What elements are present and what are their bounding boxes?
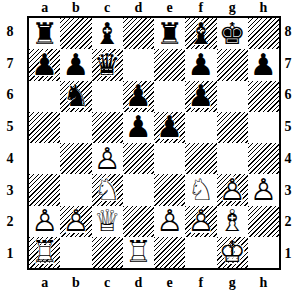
rank-label-right-5: 5: [282, 111, 294, 143]
square-e1[interactable]: [154, 237, 185, 268]
file-label-bottom-g: g: [217, 271, 248, 295]
file-label-top-h: h: [248, 0, 279, 16]
black-pawn-b7: ♟: [60, 49, 91, 80]
square-d8[interactable]: [123, 18, 154, 49]
file-label-bottom-b: b: [60, 271, 91, 295]
square-c5[interactable]: [92, 112, 123, 143]
rank-label-left-1: 1: [0, 238, 20, 270]
square-h5[interactable]: [248, 112, 279, 143]
rank-label-left-4: 4: [0, 143, 20, 175]
piece-fill: ♞: [185, 174, 216, 205]
piece-fill: ♜: [29, 237, 60, 268]
square-b3[interactable]: [60, 174, 91, 205]
rank-labels-right: 87654321: [282, 16, 294, 270]
piece-fill: ♝: [217, 206, 248, 237]
white-knight-f3: ♘: [185, 174, 216, 205]
square-f7[interactable]: ♟♟: [185, 49, 216, 80]
square-b7[interactable]: ♟♟: [60, 49, 91, 80]
square-e4[interactable]: [154, 143, 185, 174]
square-f1[interactable]: [185, 237, 216, 268]
piece-fill: ♟: [92, 143, 123, 174]
square-h2[interactable]: [248, 206, 279, 237]
square-b8[interactable]: [60, 18, 91, 49]
piece-fill: ♟: [154, 206, 185, 237]
rank-label-left-5: 5: [0, 111, 20, 143]
square-h3[interactable]: ♟♙: [248, 174, 279, 205]
square-f2[interactable]: ♟♙: [185, 206, 216, 237]
piece-fill: ♛: [92, 206, 123, 237]
file-label-bottom-f: f: [185, 271, 216, 295]
square-a7[interactable]: ♟♟: [29, 49, 60, 80]
square-h7[interactable]: ♟♟: [248, 49, 279, 80]
rank-label-right-2: 2: [282, 207, 294, 239]
square-g6[interactable]: [217, 81, 248, 112]
square-e6[interactable]: [154, 81, 185, 112]
square-a8[interactable]: ♜♜: [29, 18, 60, 49]
piece-fill: ♝: [92, 18, 123, 49]
square-h6[interactable]: [248, 81, 279, 112]
square-d6[interactable]: ♟♟: [123, 81, 154, 112]
white-rook-a1: ♖: [29, 237, 60, 268]
white-pawn-a2: ♙: [29, 206, 60, 237]
piece-fill: ♟: [60, 49, 91, 80]
square-h1[interactable]: [248, 237, 279, 268]
file-labels-bottom: abcdefgh: [29, 271, 279, 295]
piece-fill: ♟: [185, 49, 216, 80]
rank-label-left-3: 3: [0, 175, 20, 207]
black-pawn-f6: ♟: [185, 81, 216, 112]
rank-label-right-8: 8: [282, 16, 294, 48]
file-label-bottom-c: c: [92, 271, 123, 295]
square-e3[interactable]: [154, 174, 185, 205]
square-a2[interactable]: ♟♙: [29, 206, 60, 237]
white-pawn-b2: ♙: [60, 206, 91, 237]
square-d1[interactable]: ♜♖: [123, 237, 154, 268]
square-b2[interactable]: ♟♙: [60, 206, 91, 237]
square-f8[interactable]: ♝♝: [185, 18, 216, 49]
square-g2[interactable]: ♝♗: [217, 206, 248, 237]
square-g8[interactable]: ♚♚: [217, 18, 248, 49]
square-c3[interactable]: ♞♘: [92, 174, 123, 205]
rank-label-right-1: 1: [282, 238, 294, 270]
black-rook-a8: ♜: [29, 18, 60, 49]
piece-fill: ♟: [123, 112, 154, 143]
square-c6[interactable]: [92, 81, 123, 112]
piece-fill: ♟: [60, 206, 91, 237]
file-label-top-g: g: [217, 0, 248, 16]
black-pawn-e5: ♟: [154, 112, 185, 143]
rank-label-left-8: 8: [0, 16, 20, 48]
rank-label-left-7: 7: [0, 48, 20, 80]
square-f3[interactable]: ♞♘: [185, 174, 216, 205]
piece-fill: ♝: [185, 18, 216, 49]
square-a5[interactable]: [29, 112, 60, 143]
white-pawn-e2: ♙: [154, 206, 185, 237]
square-g3[interactable]: ♟♙: [217, 174, 248, 205]
square-c2[interactable]: ♛♕: [92, 206, 123, 237]
file-label-bottom-a: a: [29, 271, 60, 295]
piece-fill: ♜: [123, 237, 154, 268]
white-bishop-g2: ♗: [217, 206, 248, 237]
piece-fill: ♟: [248, 174, 279, 205]
black-pawn-f7: ♟: [185, 49, 216, 80]
square-c4[interactable]: ♟♙: [92, 143, 123, 174]
white-king-g1: ♔: [217, 237, 248, 268]
piece-fill: ♟: [248, 49, 279, 80]
black-knight-b6: ♞: [60, 81, 91, 112]
white-pawn-g3: ♙: [217, 174, 248, 205]
square-g1[interactable]: ♚♔: [217, 237, 248, 268]
file-label-top-b: b: [60, 0, 91, 16]
piece-fill: ♚: [217, 237, 248, 268]
black-pawn-d5: ♟: [123, 112, 154, 143]
piece-fill: ♟: [123, 81, 154, 112]
square-d2[interactable]: [123, 206, 154, 237]
file-label-bottom-h: h: [248, 271, 279, 295]
square-a6[interactable]: [29, 81, 60, 112]
rank-label-right-3: 3: [282, 175, 294, 207]
square-d4[interactable]: [123, 143, 154, 174]
piece-fill: ♟: [29, 206, 60, 237]
black-queen-c7: ♛: [92, 49, 123, 80]
chess-board: ♜♜♝♝♜♜♝♝♚♚♟♟♟♟♛♛♟♟♟♟♞♞♟♟♟♟♟♟♟♟♟♙♞♘♞♘♟♙♟♙…: [27, 16, 281, 270]
square-d7[interactable]: [123, 49, 154, 80]
rank-label-left-6: 6: [0, 80, 20, 112]
square-e7[interactable]: [154, 49, 185, 80]
white-pawn-c4: ♙: [92, 143, 123, 174]
file-label-top-d: d: [123, 0, 154, 16]
square-g5[interactable]: [217, 112, 248, 143]
rank-label-right-7: 7: [282, 48, 294, 80]
black-bishop-f8: ♝: [185, 18, 216, 49]
white-rook-d1: ♖: [123, 237, 154, 268]
white-pawn-h3: ♙: [248, 174, 279, 205]
white-pawn-f2: ♙: [185, 206, 216, 237]
piece-fill: ♚: [217, 18, 248, 49]
rank-label-right-6: 6: [282, 80, 294, 112]
piece-fill: ♞: [60, 81, 91, 112]
square-h8[interactable]: [248, 18, 279, 49]
piece-fill: ♟: [154, 112, 185, 143]
square-g4[interactable]: [217, 143, 248, 174]
piece-fill: ♟: [185, 81, 216, 112]
file-label-top-a: a: [29, 0, 60, 16]
chess-diagram: abcdefgh 87654321 87654321 ♜♜♝♝♜♜♝♝♚♚♟♟♟…: [0, 0, 294, 295]
piece-fill: ♛: [92, 49, 123, 80]
square-f4[interactable]: [185, 143, 216, 174]
piece-fill: ♜: [29, 18, 60, 49]
square-e2[interactable]: ♟♙: [154, 206, 185, 237]
square-a1[interactable]: ♜♖: [29, 237, 60, 268]
file-labels-top: abcdefgh: [29, 0, 279, 16]
square-b4[interactable]: [60, 143, 91, 174]
square-f5[interactable]: [185, 112, 216, 143]
file-label-top-f: f: [185, 0, 216, 16]
white-knight-c3: ♘: [92, 174, 123, 205]
square-b1[interactable]: [60, 237, 91, 268]
piece-fill: ♟: [29, 49, 60, 80]
square-g7[interactable]: [217, 49, 248, 80]
black-pawn-d6: ♟: [123, 81, 154, 112]
square-b5[interactable]: [60, 112, 91, 143]
black-bishop-c8: ♝: [92, 18, 123, 49]
piece-fill: ♜: [154, 18, 185, 49]
file-label-top-c: c: [92, 0, 123, 16]
file-label-top-e: e: [154, 0, 185, 16]
square-c7[interactable]: ♛♛: [92, 49, 123, 80]
white-queen-c2: ♕: [92, 206, 123, 237]
file-label-bottom-d: d: [123, 271, 154, 295]
black-king-g8: ♚: [217, 18, 248, 49]
rank-label-right-4: 4: [282, 143, 294, 175]
square-b6[interactable]: ♞♞: [60, 81, 91, 112]
rank-label-left-2: 2: [0, 207, 20, 239]
square-f6[interactable]: ♟♟: [185, 81, 216, 112]
square-e5[interactable]: ♟♟: [154, 112, 185, 143]
square-h4[interactable]: [248, 143, 279, 174]
square-a4[interactable]: [29, 143, 60, 174]
piece-fill: ♟: [217, 174, 248, 205]
rank-labels-left: 87654321: [0, 16, 20, 270]
square-d5[interactable]: ♟♟: [123, 112, 154, 143]
black-pawn-h7: ♟: [248, 49, 279, 80]
file-label-bottom-e: e: [154, 271, 185, 295]
square-a3[interactable]: [29, 174, 60, 205]
black-rook-e8: ♜: [154, 18, 185, 49]
square-c8[interactable]: ♝♝: [92, 18, 123, 49]
square-c1[interactable]: [92, 237, 123, 268]
square-d3[interactable]: [123, 174, 154, 205]
black-pawn-a7: ♟: [29, 49, 60, 80]
square-e8[interactable]: ♜♜: [154, 18, 185, 49]
piece-fill: ♟: [185, 206, 216, 237]
piece-fill: ♞: [92, 174, 123, 205]
